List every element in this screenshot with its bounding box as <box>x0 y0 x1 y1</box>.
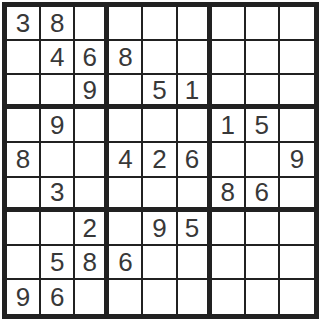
cell-r4c9-empty[interactable] <box>280 109 314 143</box>
cell-r7c4-empty[interactable] <box>109 212 143 246</box>
cell-r3c1-empty[interactable] <box>7 75 41 109</box>
cell-r1c5-empty[interactable] <box>143 7 177 41</box>
cell-r2c4-given[interactable]: 8 <box>109 41 143 75</box>
cell-r8c6-empty[interactable] <box>178 246 212 280</box>
cell-r1c2-given[interactable]: 8 <box>41 7 75 41</box>
cell-r6c2-given[interactable]: 3 <box>41 178 75 212</box>
cell-r1c9-empty[interactable] <box>280 7 314 41</box>
cell-r1c8-empty[interactable] <box>246 7 280 41</box>
cell-r7c3-given[interactable]: 2 <box>75 212 109 246</box>
cell-r2c5-empty[interactable] <box>143 41 177 75</box>
cell-r7c8-empty[interactable] <box>246 212 280 246</box>
cell-r6c7-given[interactable]: 8 <box>212 178 246 212</box>
cell-r3c3-given[interactable]: 9 <box>75 75 109 109</box>
cell-r6c6-empty[interactable] <box>178 178 212 212</box>
cell-r6c1-empty[interactable] <box>7 178 41 212</box>
cell-r7c6-given[interactable]: 5 <box>178 212 212 246</box>
cell-r8c8-empty[interactable] <box>246 246 280 280</box>
cell-r1c1-given[interactable]: 3 <box>7 7 41 41</box>
cell-r1c4-empty[interactable] <box>109 7 143 41</box>
cell-r3c8-empty[interactable] <box>246 75 280 109</box>
cell-r7c9-empty[interactable] <box>280 212 314 246</box>
cell-r3c4-empty[interactable] <box>109 75 143 109</box>
cell-r8c1-empty[interactable] <box>7 246 41 280</box>
cell-r4c7-given[interactable]: 1 <box>212 109 246 143</box>
cell-r8c7-empty[interactable] <box>212 246 246 280</box>
cell-r8c5-empty[interactable] <box>143 246 177 280</box>
cell-r6c4-empty[interactable] <box>109 178 143 212</box>
cell-r9c2-given[interactable]: 6 <box>41 280 75 314</box>
cell-r5c6-given[interactable]: 6 <box>178 143 212 177</box>
sudoku-page: { "game": "sudoku", "grid_size": 9, "pos… <box>0 0 320 320</box>
cell-r1c3-empty[interactable] <box>75 7 109 41</box>
cell-r5c4-given[interactable]: 4 <box>109 143 143 177</box>
cell-r4c5-empty[interactable] <box>143 109 177 143</box>
cell-r2c3-given[interactable]: 6 <box>75 41 109 75</box>
cell-r7c2-empty[interactable] <box>41 212 75 246</box>
cell-r9c7-empty[interactable] <box>212 280 246 314</box>
cell-r5c1-given[interactable]: 8 <box>7 143 41 177</box>
cell-r2c1-empty[interactable] <box>7 41 41 75</box>
cell-r2c8-empty[interactable] <box>246 41 280 75</box>
cell-r4c4-empty[interactable] <box>109 109 143 143</box>
cell-r8c2-given[interactable]: 5 <box>41 246 75 280</box>
cell-r3c5-given[interactable]: 5 <box>143 75 177 109</box>
cell-r7c5-given[interactable]: 9 <box>143 212 177 246</box>
cell-r9c5-empty[interactable] <box>143 280 177 314</box>
cell-r2c9-empty[interactable] <box>280 41 314 75</box>
cell-r3c2-empty[interactable] <box>41 75 75 109</box>
cell-r4c8-given[interactable]: 5 <box>246 109 280 143</box>
cell-r8c9-empty[interactable] <box>280 246 314 280</box>
cell-r9c4-empty[interactable] <box>109 280 143 314</box>
cell-r6c3-empty[interactable] <box>75 178 109 212</box>
cell-r6c9-empty[interactable] <box>280 178 314 212</box>
cell-r4c1-empty[interactable] <box>7 109 41 143</box>
cell-r4c2-given[interactable]: 9 <box>41 109 75 143</box>
cell-r5c9-given[interactable]: 9 <box>280 143 314 177</box>
cell-r5c2-empty[interactable] <box>41 143 75 177</box>
cell-r9c6-empty[interactable] <box>178 280 212 314</box>
cell-r6c5-empty[interactable] <box>143 178 177 212</box>
cell-r1c6-empty[interactable] <box>178 7 212 41</box>
cell-r5c7-empty[interactable] <box>212 143 246 177</box>
cell-r9c1-given[interactable]: 9 <box>7 280 41 314</box>
cell-r3c9-empty[interactable] <box>280 75 314 109</box>
cell-r7c1-empty[interactable] <box>7 212 41 246</box>
sudoku-board: 384689519158426938629558696 <box>2 2 319 319</box>
cell-r8c3-given[interactable]: 8 <box>75 246 109 280</box>
cell-r4c3-empty[interactable] <box>75 109 109 143</box>
cell-r7c7-empty[interactable] <box>212 212 246 246</box>
cell-r2c6-empty[interactable] <box>178 41 212 75</box>
cell-r5c5-given[interactable]: 2 <box>143 143 177 177</box>
cell-r6c8-given[interactable]: 6 <box>246 178 280 212</box>
cell-r5c8-empty[interactable] <box>246 143 280 177</box>
cell-r8c4-given[interactable]: 6 <box>109 246 143 280</box>
cell-r2c7-empty[interactable] <box>212 41 246 75</box>
cell-r4c6-empty[interactable] <box>178 109 212 143</box>
cell-r9c9-empty[interactable] <box>280 280 314 314</box>
cell-r3c7-empty[interactable] <box>212 75 246 109</box>
cell-r3c6-given[interactable]: 1 <box>178 75 212 109</box>
cell-r9c3-empty[interactable] <box>75 280 109 314</box>
cell-r1c7-empty[interactable] <box>212 7 246 41</box>
cell-r5c3-empty[interactable] <box>75 143 109 177</box>
cell-r9c8-empty[interactable] <box>246 280 280 314</box>
cell-r2c2-given[interactable]: 4 <box>41 41 75 75</box>
